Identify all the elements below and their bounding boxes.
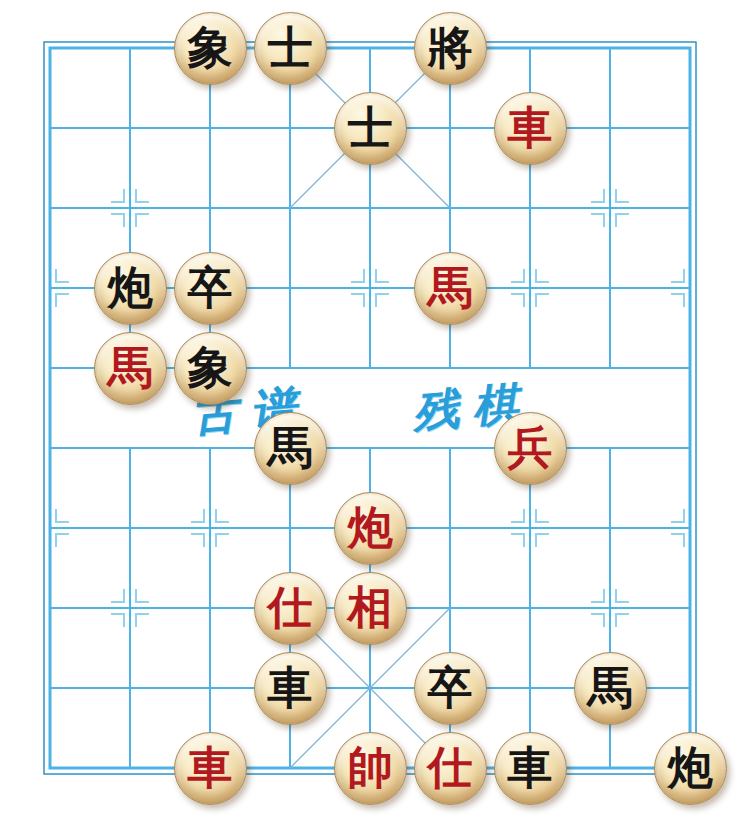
piece-black-elephant[interactable]: 象 bbox=[174, 12, 247, 85]
piece-glyph: 將 bbox=[428, 25, 473, 72]
piece-red-horse[interactable]: 馬 bbox=[94, 332, 167, 405]
piece-glyph: 士 bbox=[268, 25, 313, 72]
piece-glyph: 相 bbox=[348, 585, 393, 632]
piece-black-elephant[interactable]: 象 bbox=[174, 332, 247, 405]
piece-glyph: 卒 bbox=[428, 665, 473, 712]
piece-red-horse[interactable]: 馬 bbox=[414, 252, 487, 325]
piece-black-advisor[interactable]: 士 bbox=[334, 92, 407, 165]
piece-black-horse[interactable]: 馬 bbox=[254, 412, 327, 485]
piece-glyph: 炮 bbox=[108, 265, 153, 312]
piece-black-general[interactable]: 將 bbox=[414, 12, 487, 85]
piece-black-horse[interactable]: 馬 bbox=[574, 652, 647, 725]
piece-glyph: 馬 bbox=[588, 665, 633, 712]
piece-black-soldier[interactable]: 卒 bbox=[414, 652, 487, 725]
piece-black-cannon[interactable]: 炮 bbox=[654, 732, 727, 805]
piece-glyph: 象 bbox=[188, 25, 233, 72]
piece-glyph: 仕 bbox=[268, 585, 313, 632]
piece-glyph: 車 bbox=[508, 105, 553, 152]
xiangqi-board: 古谱 残棋 象士將士車炮卒馬馬象馬兵炮仕相車卒馬車帥仕車炮 bbox=[0, 0, 748, 824]
piece-red-soldier[interactable]: 兵 bbox=[494, 412, 567, 485]
piece-glyph: 炮 bbox=[668, 745, 713, 792]
piece-glyph: 象 bbox=[188, 345, 233, 392]
piece-red-chariot[interactable]: 車 bbox=[174, 732, 247, 805]
piece-glyph: 仕 bbox=[428, 745, 473, 792]
piece-glyph: 兵 bbox=[508, 425, 553, 472]
piece-glyph: 車 bbox=[188, 745, 233, 792]
piece-red-chariot[interactable]: 車 bbox=[494, 92, 567, 165]
piece-black-advisor[interactable]: 士 bbox=[254, 12, 327, 85]
piece-glyph: 車 bbox=[508, 745, 553, 792]
piece-red-elephant[interactable]: 相 bbox=[334, 572, 407, 645]
piece-black-chariot[interactable]: 車 bbox=[494, 732, 567, 805]
piece-black-soldier[interactable]: 卒 bbox=[174, 252, 247, 325]
piece-black-cannon[interactable]: 炮 bbox=[94, 252, 167, 325]
piece-glyph: 炮 bbox=[348, 505, 393, 552]
piece-black-chariot[interactable]: 車 bbox=[254, 652, 327, 725]
piece-red-cannon[interactable]: 炮 bbox=[334, 492, 407, 565]
piece-glyph: 馬 bbox=[428, 265, 473, 312]
piece-glyph: 馬 bbox=[108, 345, 153, 392]
piece-glyph: 卒 bbox=[188, 265, 233, 312]
piece-red-advisor[interactable]: 仕 bbox=[414, 732, 487, 805]
piece-glyph: 帥 bbox=[348, 745, 393, 792]
piece-red-advisor[interactable]: 仕 bbox=[254, 572, 327, 645]
piece-glyph: 士 bbox=[348, 105, 393, 152]
piece-glyph: 車 bbox=[268, 665, 313, 712]
piece-red-general[interactable]: 帥 bbox=[334, 732, 407, 805]
piece-glyph: 馬 bbox=[268, 425, 313, 472]
